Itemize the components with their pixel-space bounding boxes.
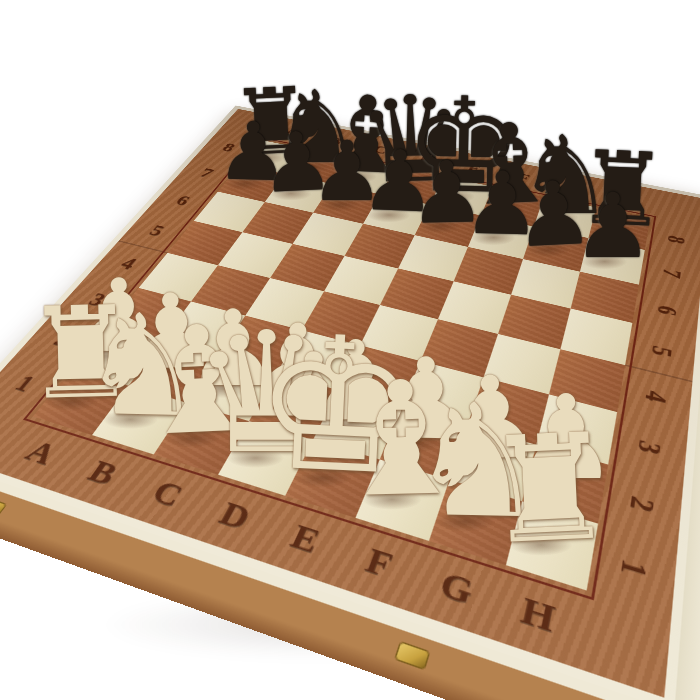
black-pawn-h7[interactable]: ♟	[573, 182, 653, 272]
file-label-bottom-c: C	[145, 473, 189, 514]
brass-latch-icon	[394, 641, 430, 670]
rank-label-right-4: 4	[639, 388, 673, 406]
file-label-bottom-g: G	[435, 563, 478, 613]
file-label-bottom-a: A	[18, 433, 64, 471]
file-label-bottom-b: B	[81, 453, 124, 492]
rank-label-right-5: 5	[645, 343, 677, 359]
rank-label-right-7: 7	[657, 267, 686, 280]
rank-label-right-1: 1	[613, 555, 653, 581]
rank-label-right-3: 3	[631, 437, 666, 457]
rank-label-left-5: 5	[145, 222, 168, 239]
file-label-bottom-h: H	[517, 588, 558, 641]
rank-label-right-2: 2	[623, 493, 661, 516]
rank-label-right-8: 8	[662, 234, 689, 246]
file-label-bottom-e: E	[285, 516, 326, 560]
white-rook-h1[interactable]: ♜	[481, 412, 619, 564]
chess-set-photo: 8877665544332211AABBCCDDEEFFGGHH ♜♞♝♛♚♝♞…	[0, 0, 700, 700]
rank-label-left-6: 6	[172, 193, 193, 209]
brass-latch-icon	[0, 496, 7, 518]
file-label-bottom-f: F	[361, 540, 398, 586]
rank-label-right-6: 6	[652, 303, 682, 318]
rank-label-left-7: 7	[197, 166, 217, 180]
